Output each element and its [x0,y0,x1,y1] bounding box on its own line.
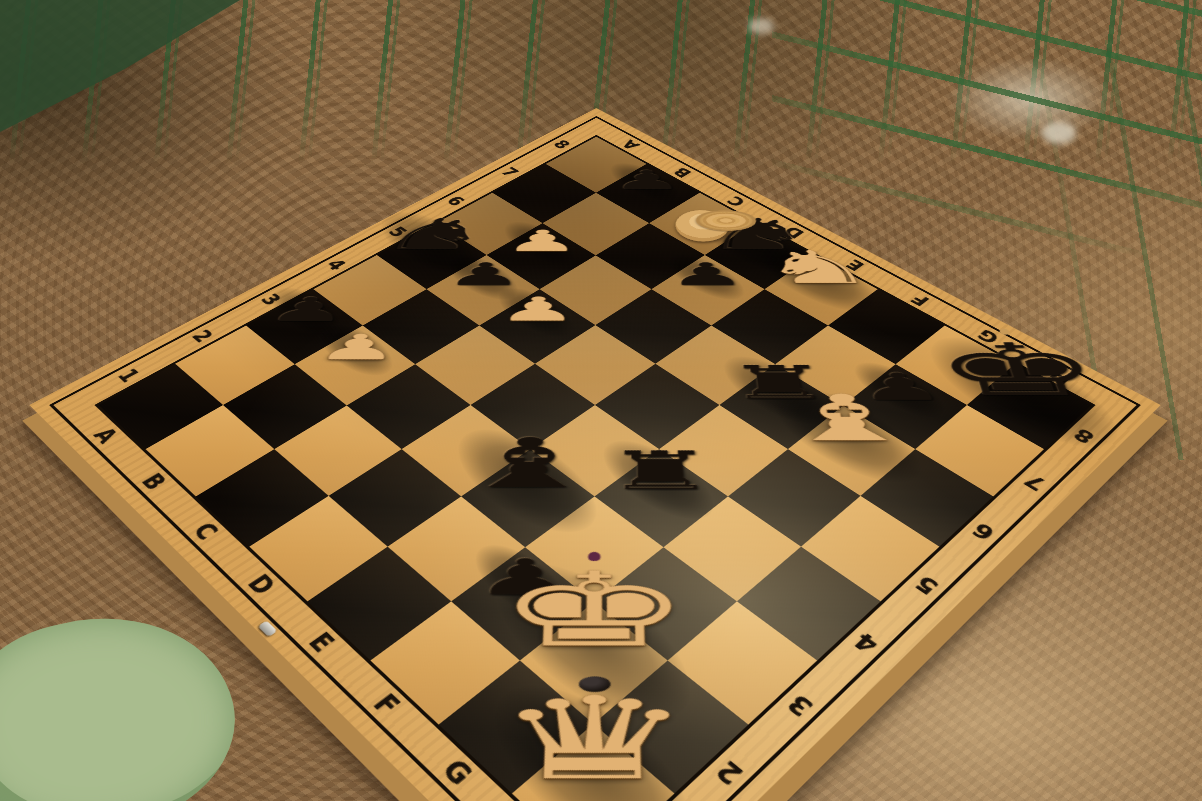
black-pawn-icon: ♟ [667,259,747,289]
square-f4[interactable] [595,448,728,546]
square-h4[interactable] [737,546,880,659]
square-h3[interactable] [668,601,817,724]
white-pawn-icon: ♟ [313,330,402,363]
black-pawn-d7[interactable]: ♟ [665,256,750,288]
square-d1[interactable] [249,496,387,601]
piece-shadow [465,540,722,750]
square-g5[interactable] [728,448,861,546]
black-pawn-a3[interactable]: ♟ [261,290,355,324]
black-pawn-b8[interactable]: ♟ [609,165,686,192]
square-f2[interactable] [451,546,594,659]
square-e2[interactable] [387,496,525,601]
coordinate-label-E: E [299,624,343,659]
square-h7[interactable] [916,405,1044,496]
white-pawn-b3[interactable]: ♟ [311,327,406,364]
piece-shadow [460,533,583,630]
black-knight-a5[interactable]: ♞ [372,210,496,255]
photo-stage: AABBCCDDEEFFGGHH1122334455667788 ♟♞♞♚♟♟♟… [0,0,1202,801]
coordinate-label-D: D [240,568,282,601]
black-pawn-icon: ♟ [444,259,524,289]
black-pawn-b5[interactable]: ♟ [441,256,527,288]
folding-hinge [258,620,278,637]
white-knight-icon: ♞ [757,245,879,288]
coordinate-label-2: 2 [706,751,753,793]
square-h5[interactable] [801,496,939,601]
black-pawn-icon: ♟ [612,167,684,192]
black-king-icon: ♚ [926,336,1115,405]
square-c2[interactable] [274,405,402,496]
black-king-h8[interactable]: ♚ [918,329,1120,404]
square-h1[interactable] [512,724,674,801]
white-knight-e8[interactable]: ♞ [753,241,883,288]
square-g2[interactable] [519,601,668,724]
square-d2[interactable] [329,448,462,546]
square-b1[interactable] [145,405,273,496]
white-pawn-b6[interactable]: ♟ [500,224,582,254]
square-g3[interactable] [594,546,737,659]
square-h6[interactable] [861,448,994,546]
coordinate-label-C: C [185,516,225,546]
coordinate-label-G: G [433,751,480,793]
piece-shadow [462,659,724,801]
square-h2[interactable] [593,660,748,793]
black-pawn-icon: ♟ [264,293,351,324]
coordinate-label-6: 6 [963,516,1003,546]
square-f1[interactable] [370,601,519,724]
coordinate-label-8: 8 [1066,422,1104,448]
chess-board: AABBCCDDEEFFGGHH1122334455667788 ♟♞♞♚♟♟♟… [29,108,1160,801]
coordinate-label-B: B [134,467,173,495]
coordinate-label-4: 4 [845,624,889,659]
coordinate-label-5: 5 [906,568,948,601]
square-e3[interactable] [462,448,595,546]
white-pawn-icon: ♟ [497,293,578,324]
black-knight-icon: ♞ [375,214,491,255]
square-c1[interactable] [196,448,329,546]
coordinate-label-3: 3 [778,685,823,723]
board-squares [99,136,1092,801]
white-pawn-icon: ♟ [503,227,579,255]
scene: AABBCCDDEEFFGGHH1122334455667788 ♟♞♞♚♟♟♟… [0,0,1202,801]
coordinate-label-A: A [86,422,124,448]
coordinate-label-F: F [363,685,408,723]
square-g1[interactable] [438,660,593,793]
square-g4[interactable] [663,496,801,601]
square-f3[interactable] [525,496,663,601]
square-e1[interactable] [308,546,451,659]
white-pawn-c5[interactable]: ♟ [494,290,581,324]
coordinate-label-7: 7 [1016,467,1055,495]
